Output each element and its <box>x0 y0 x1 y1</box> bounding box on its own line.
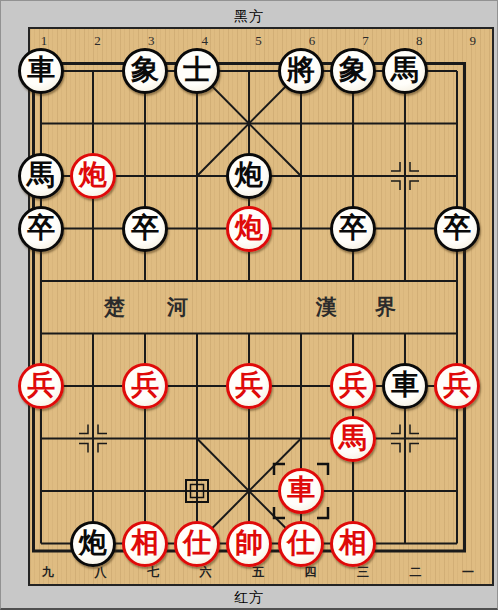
piece-black-horse[interactable]: 馬 <box>18 153 64 199</box>
piece-glyph: 象 <box>339 56 367 84</box>
piece-red-cannon[interactable]: 炮 <box>226 206 272 252</box>
piece-red-elephant[interactable]: 相 <box>330 521 376 567</box>
piece-glyph: 象 <box>131 56 159 84</box>
piece-red-cannon[interactable]: 炮 <box>70 153 116 199</box>
piece-black-soldier[interactable]: 卒 <box>330 206 376 252</box>
piece-glyph: 相 <box>131 529 159 557</box>
piece-glyph: 兵 <box>131 371 159 399</box>
piece-glyph: 炮 <box>79 161 107 189</box>
piece-red-horse[interactable]: 馬 <box>330 416 376 462</box>
piece-red-soldier[interactable]: 兵 <box>434 363 480 409</box>
piece-black-advisor[interactable]: 士 <box>174 48 220 94</box>
piece-glyph: 相 <box>339 529 367 557</box>
piece-glyph: 炮 <box>235 214 263 242</box>
piece-glyph: 車 <box>27 56 55 84</box>
piece-glyph: 士 <box>183 56 211 84</box>
piece-black-elephant[interactable]: 象 <box>122 48 168 94</box>
piece-red-advisor[interactable]: 仕 <box>174 521 220 567</box>
piece-red-advisor[interactable]: 仕 <box>278 521 324 567</box>
red-side-label: 红方 <box>1 589 497 607</box>
piece-black-horse[interactable]: 馬 <box>382 48 428 94</box>
piece-glyph: 仕 <box>183 529 211 557</box>
piece-glyph: 馬 <box>27 161 55 189</box>
piece-red-general[interactable]: 帥 <box>226 521 272 567</box>
piece-glyph: 兵 <box>339 371 367 399</box>
piece-glyph: 車 <box>391 371 419 399</box>
piece-glyph: 帥 <box>235 529 263 557</box>
piece-black-chariot[interactable]: 車 <box>382 363 428 409</box>
xiangqi-window: { "game": "xiangqi", "position": { "fen"… <box>0 0 498 610</box>
piece-glyph: 卒 <box>443 214 471 242</box>
piece-black-soldier[interactable]: 卒 <box>18 206 64 252</box>
piece-red-soldier[interactable]: 兵 <box>330 363 376 409</box>
piece-glyph: 馬 <box>339 424 367 452</box>
piece-glyph: 兵 <box>27 371 55 399</box>
black-side-label: 黑方 <box>1 8 497 26</box>
piece-red-soldier[interactable]: 兵 <box>122 363 168 409</box>
xiangqi-board[interactable]: 1 2 3 4 5 6 7 8 9 九 八 七 六 五 四 三 二 一 楚 河 … <box>30 29 492 584</box>
piece-glyph: 將 <box>287 56 315 84</box>
piece-red-chariot[interactable]: 車 <box>278 468 324 514</box>
piece-glyph: 卒 <box>27 214 55 242</box>
piece-glyph: 馬 <box>391 56 419 84</box>
piece-red-elephant[interactable]: 相 <box>122 521 168 567</box>
piece-black-cannon[interactable]: 炮 <box>70 521 116 567</box>
piece-glyph: 仕 <box>287 529 315 557</box>
piece-glyph: 炮 <box>235 161 263 189</box>
piece-glyph: 炮 <box>79 529 107 557</box>
piece-black-chariot[interactable]: 車 <box>18 48 64 94</box>
piece-layer: 車象士將象馬馬炮炮卒卒炮卒卒兵兵兵兵車兵馬車炮相仕帥仕相 <box>15 45 483 570</box>
piece-black-general[interactable]: 將 <box>278 48 324 94</box>
piece-red-soldier[interactable]: 兵 <box>226 363 272 409</box>
piece-glyph: 兵 <box>235 371 263 399</box>
piece-black-elephant[interactable]: 象 <box>330 48 376 94</box>
piece-glyph: 車 <box>287 476 315 504</box>
piece-black-cannon[interactable]: 炮 <box>226 153 272 199</box>
piece-red-soldier[interactable]: 兵 <box>18 363 64 409</box>
piece-glyph: 卒 <box>339 214 367 242</box>
piece-glyph: 兵 <box>443 371 471 399</box>
piece-glyph: 卒 <box>131 214 159 242</box>
piece-black-soldier[interactable]: 卒 <box>122 206 168 252</box>
piece-black-soldier[interactable]: 卒 <box>434 206 480 252</box>
